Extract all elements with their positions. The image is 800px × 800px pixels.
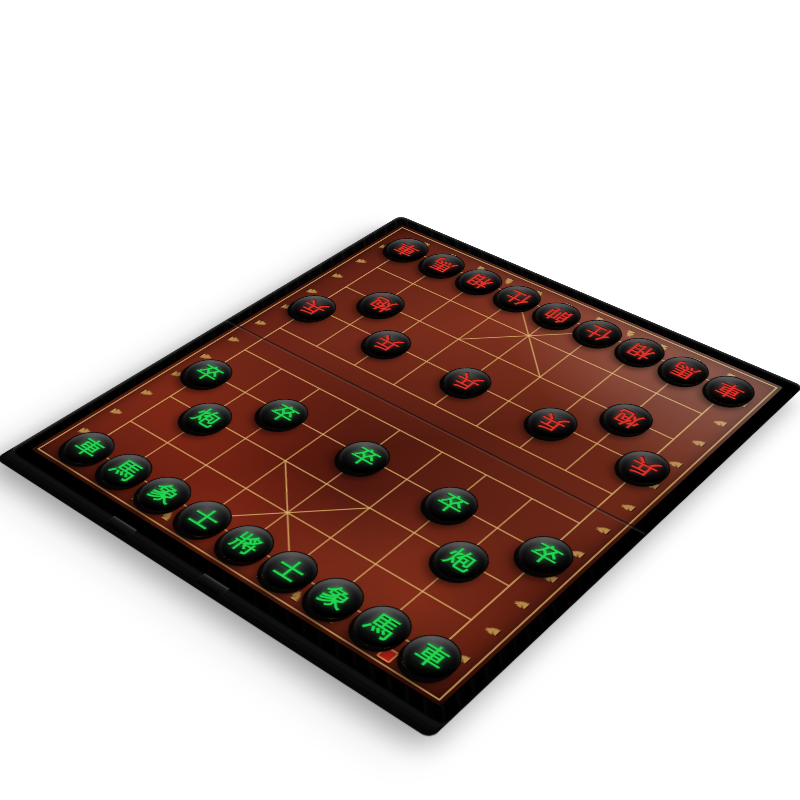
piece-glyph: 車 [69, 436, 108, 460]
board-surface: ♞♞♞♞♞♞♞♞♞♞♞ ♞♞♞♞♞♞♞♞♞♞♞ ♞♞♞♞♞♞♞♞♞♞♞♞ ♞♞♞… [31, 225, 783, 707]
piece-glyph: 炮 [365, 295, 399, 314]
piece-red-soldier: 兵 [433, 362, 501, 402]
piece-glyph: 相 [463, 272, 496, 290]
piece-green-soldier: 卒 [414, 480, 489, 530]
piece-glyph: 卒 [431, 491, 472, 518]
piece-glyph: 馬 [427, 256, 460, 273]
piece-green-cannon: 炮 [421, 533, 500, 587]
piece-red-cannon: 炮 [593, 398, 663, 441]
piece-glyph: 車 [409, 640, 455, 674]
piece-green-soldier: 卒 [248, 393, 319, 436]
piece-glyph: 車 [712, 379, 748, 401]
piece-glyph: 炮 [188, 406, 226, 429]
piece-glyph: 卒 [345, 445, 384, 470]
board-frame: ♞♞♞♞♞♞♞♞♞♞♞ ♞♞♞♞♞♞♞♞♞♞♞ ♞♞♞♞♞♞♞♞♞♞♞♞ ♞♞♞… [9, 216, 800, 728]
piece-glyph: 相 [623, 341, 658, 362]
clasp-tab-right [195, 573, 230, 596]
piece-glyph: 士 [268, 556, 311, 586]
xiangqi-board: ♞♞♞♞♞♞♞♞♞♞♞ ♞♞♞♞♞♞♞♞♞♞♞ ♞♞♞♞♞♞♞♞♞♞♞♞ ♞♞♞… [9, 216, 800, 728]
piece-glyph: 象 [313, 583, 357, 614]
piece-green-soldier: 卒 [328, 435, 401, 481]
piece-glyph: 馬 [667, 360, 703, 381]
piece-green-cannon: 炮 [172, 397, 243, 440]
piece-glyph: 兵 [370, 333, 406, 353]
piece-red-cannon: 炮 [350, 287, 414, 322]
piece-glyph: 帥 [541, 306, 575, 325]
piece-glyph: 卒 [264, 402, 302, 425]
piece-glyph: 兵 [296, 298, 330, 317]
piece-glyph: 馬 [360, 611, 405, 643]
product-photo-scene: ♞♞♞♞♞♞♞♞♞♞♞ ♞♞♞♞♞♞♞♞♞♞♞ ♞♞♞♞♞♞♞♞♞♞♞♞ ♞♞♞… [0, 0, 800, 800]
piece-glyph: 象 [144, 481, 185, 507]
piece-glyph: 馬 [106, 458, 146, 483]
piece-glyph: 卒 [190, 363, 227, 384]
piece-red-soldier: 兵 [608, 444, 681, 491]
piece-glyph: 兵 [533, 411, 571, 434]
piece-glyph: 士 [184, 505, 226, 532]
piece-glyph: 炮 [609, 407, 647, 430]
piece-glyph: 卒 [524, 541, 566, 570]
piece-glyph: 車 [391, 241, 423, 258]
piece-glyph: 將 [225, 530, 267, 558]
piece-red-soldier: 兵 [355, 325, 421, 363]
piece-green-soldier: 卒 [174, 354, 242, 394]
pieces-layer: 車馬象士將士象馬車炮炮卒卒卒卒卒兵兵兵兵兵炮炮車馬相仕帥仕相馬車 [31, 225, 783, 707]
piece-green-soldier: 卒 [506, 529, 584, 583]
piece-glyph: 兵 [449, 371, 486, 393]
clasp-tab-left [104, 516, 137, 537]
piece-red-soldier: 兵 [517, 402, 587, 445]
piece-glyph: 炮 [440, 546, 482, 575]
piece-red-soldier: 兵 [282, 290, 346, 325]
piece-glyph: 仕 [581, 323, 616, 343]
piece-glyph: 兵 [624, 455, 663, 480]
piece-glyph: 仕 [501, 289, 535, 308]
